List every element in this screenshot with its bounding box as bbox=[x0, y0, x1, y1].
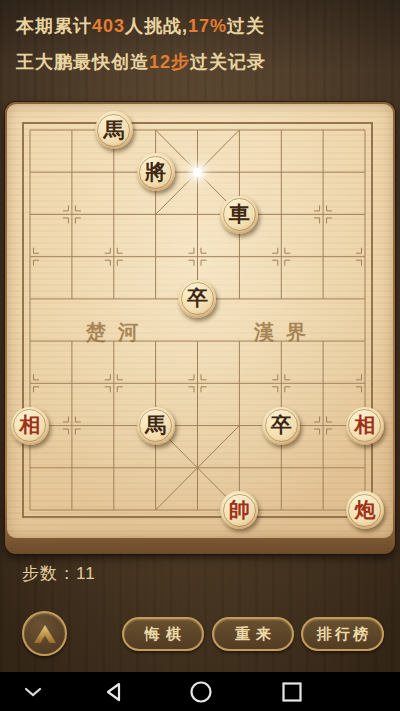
android-navbar bbox=[0, 672, 400, 711]
home-icon[interactable] bbox=[189, 680, 213, 704]
piece-red-相[interactable]: 相 bbox=[11, 407, 49, 445]
piece-black-車[interactable]: 車 bbox=[220, 196, 258, 234]
xiangqi-app: 本期累计403人挑战,17%过关 王大鹏最快创造12步过关记录 bbox=[0, 0, 400, 711]
leaderboard-button[interactable]: 排行榜 bbox=[301, 617, 384, 651]
piece-red-帥[interactable]: 帥 bbox=[220, 491, 258, 529]
restart-button[interactable]: 重来 bbox=[212, 617, 294, 651]
up-arrow-icon bbox=[31, 622, 59, 646]
recents-icon[interactable] bbox=[281, 681, 303, 703]
xiangqi-board: 楚河 漢界 馬將車卒相馬卒相帥炮 bbox=[5, 102, 395, 554]
chevron-down-icon[interactable] bbox=[24, 687, 42, 697]
piece-red-炮[interactable]: 炮 bbox=[346, 491, 384, 529]
piece-black-將[interactable]: 將 bbox=[137, 153, 175, 191]
piece-red-相[interactable]: 相 bbox=[346, 407, 384, 445]
banner-challengers-count: 403 bbox=[92, 16, 125, 36]
piece-black-馬[interactable]: 馬 bbox=[95, 111, 133, 149]
step-counter-value: 11 bbox=[76, 564, 96, 583]
step-counter: 步数：11 bbox=[22, 562, 96, 585]
undo-button[interactable]: 悔棋 bbox=[122, 617, 204, 651]
pieces-layer: 馬將車卒相馬卒相帥炮 bbox=[9, 109, 386, 531]
highlight-sparkle bbox=[193, 168, 202, 177]
banner-line-2: 王大鹏最快创造12步过关记录 bbox=[16, 50, 266, 74]
banner-record-steps: 12步 bbox=[149, 52, 190, 72]
expand-button[interactable] bbox=[22, 611, 67, 656]
piece-black-卒[interactable]: 卒 bbox=[178, 280, 216, 318]
banner-text: 人挑战, bbox=[125, 16, 188, 36]
banner-text: 王大鹏最快创造 bbox=[16, 52, 149, 72]
banner-pass-rate: 17% bbox=[188, 16, 227, 36]
piece-black-卒[interactable]: 卒 bbox=[262, 407, 300, 445]
banner-text: 过关 bbox=[227, 16, 265, 36]
banner-text: 过关记录 bbox=[190, 52, 266, 72]
banner-text: 本期累计 bbox=[16, 16, 92, 36]
piece-black-馬[interactable]: 馬 bbox=[137, 407, 175, 445]
step-counter-label: 步数： bbox=[22, 564, 76, 583]
back-icon[interactable] bbox=[104, 681, 122, 703]
board-surface[interactable]: 楚河 漢界 馬將車卒相馬卒相帥炮 bbox=[7, 104, 393, 538]
banner-line-1: 本期累计403人挑战,17%过关 bbox=[16, 14, 265, 38]
